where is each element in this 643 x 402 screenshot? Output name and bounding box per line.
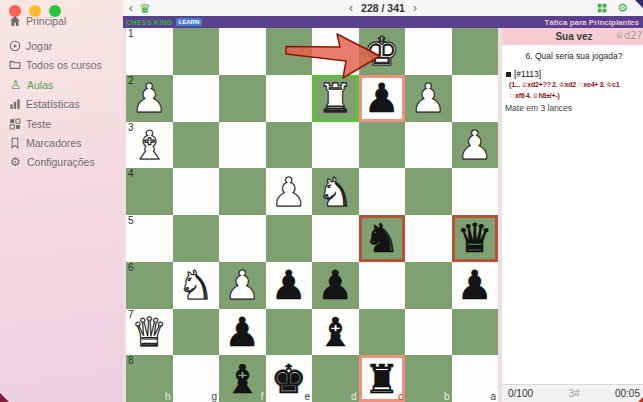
- piece-black-pawn-c2[interactable]: ♟: [359, 75, 406, 122]
- square-g8[interactable]: g: [173, 355, 220, 402]
- sidebar-item-label: Marcadores: [26, 137, 81, 149]
- sidebar-nav: PrincipalJogarTodos os cursos♙AulasEstat…: [0, 11, 123, 172]
- sidebar-item-label: Estatísticas: [26, 98, 80, 110]
- piece-white-pawn-e4[interactable]: ♟: [266, 168, 313, 215]
- square-g6[interactable]: ♞: [173, 262, 220, 309]
- square-e4[interactable]: ♟: [266, 168, 313, 215]
- sidebar-item-estatisticas[interactable]: Estatísticas: [0, 95, 123, 114]
- square-h3[interactable]: 3♝: [126, 122, 173, 169]
- gear-icon: ⚙: [9, 156, 22, 168]
- square-h4[interactable]: 4: [126, 168, 173, 215]
- sidebar: PrincipalJogarTodos os cursos♙AulasEstat…: [0, 0, 123, 402]
- app-window: PrincipalJogarTodos os cursos♙AulasEstat…: [0, 0, 643, 402]
- square-c8[interactable]: c♜: [359, 355, 406, 402]
- square-h6[interactable]: 6: [126, 262, 173, 309]
- square-b1[interactable]: [405, 28, 452, 75]
- square-f1[interactable]: [219, 28, 266, 75]
- main-area: ‹ ♛ ‹ 228 / 341 › ⚙ CHESS KING LE: [123, 0, 643, 402]
- grid-view-icon[interactable]: [597, 3, 607, 13]
- square-a7[interactable]: [452, 309, 499, 356]
- puzzle-id: [#1113]: [514, 69, 541, 79]
- square-c1[interactable]: ♚: [359, 28, 406, 75]
- home-icon: [9, 15, 21, 27]
- square-a6[interactable]: ♟: [452, 262, 499, 309]
- piece-white-pawn-f6[interactable]: ♟: [219, 262, 266, 309]
- square-c6[interactable]: [359, 262, 406, 309]
- piece-black-knight-c5[interactable]: ♞: [359, 215, 406, 262]
- square-b2[interactable]: ♟: [405, 75, 452, 122]
- square-c4[interactable]: [359, 168, 406, 215]
- piece-black-queen-a5[interactable]: ♛: [452, 215, 499, 262]
- square-d4[interactable]: ♞: [312, 168, 359, 215]
- square-b5[interactable]: [405, 215, 452, 262]
- square-h8[interactable]: 8h: [126, 355, 173, 402]
- square-g4[interactable]: [173, 168, 220, 215]
- folder-icon: [9, 59, 21, 71]
- sidebar-item-marcadores[interactable]: Marcadores: [0, 133, 123, 152]
- square-h2[interactable]: 2♟: [126, 75, 173, 122]
- square-f8[interactable]: f♝: [219, 355, 266, 402]
- variation-line-2: ♘xf6 4. ♕h8±/+-): [509, 91, 643, 102]
- board-area: 1♚2♟♜♟♟3♝♟4♟♞5♞♛6♞♟♟♟♟7♛♟♝8hgf♝e♚dc♜ba: [123, 28, 501, 402]
- square-g3[interactable]: [173, 122, 220, 169]
- rank-label-1: 1: [128, 28, 134, 39]
- square-g5[interactable]: [173, 215, 220, 262]
- square-c5[interactable]: ♞: [359, 215, 406, 262]
- file-label-b: b: [444, 391, 450, 402]
- panel-corner-fold: [638, 394, 643, 402]
- score-indicator: 0/100: [508, 388, 533, 399]
- square-h5[interactable]: 5: [126, 215, 173, 262]
- timer: 00:05: [615, 388, 640, 399]
- rank-label-8: 8: [128, 355, 134, 366]
- puzzle-panel: Sua vez ♕d2? 6. Qual seria sua jogada? […: [501, 0, 643, 402]
- rank-label-5: 5: [128, 215, 134, 226]
- sidebar-item-todos-os-cursos[interactable]: Todos os cursos: [0, 56, 123, 75]
- sidebar-item-aulas[interactable]: ♙Aulas: [0, 75, 123, 94]
- piece-white-king-c1[interactable]: ♚: [359, 28, 406, 75]
- turn-label: Sua vez: [555, 31, 592, 42]
- square-f7[interactable]: ♟: [219, 309, 266, 356]
- course-title: Tática para Principiantes: [544, 18, 643, 27]
- square-d8[interactable]: d: [312, 355, 359, 402]
- square-e6[interactable]: ♟: [266, 262, 313, 309]
- sidebar-item-label: Principal: [26, 15, 66, 27]
- piece-black-pawn-e6[interactable]: ♟: [266, 262, 313, 309]
- prev-puzzle-button[interactable]: ‹: [349, 2, 353, 14]
- status-bar: 0/100 3# 00:05: [502, 384, 643, 402]
- file-label-a: a: [490, 391, 496, 402]
- square-a2[interactable]: [452, 75, 499, 122]
- black-to-move-icon: [506, 72, 511, 77]
- sidebar-item-label: Todos os cursos: [26, 59, 102, 71]
- square-f5[interactable]: [219, 215, 266, 262]
- back-button[interactable]: ‹: [129, 2, 133, 14]
- square-d7[interactable]: ♝: [312, 309, 359, 356]
- rank-label-6: 6: [128, 262, 134, 273]
- piece-white-knight-g6[interactable]: ♞: [173, 262, 220, 309]
- piece-white-pawn-a3[interactable]: ♟: [452, 122, 499, 169]
- piece-white-pawn-h2[interactable]: ♟: [126, 75, 173, 122]
- square-a5[interactable]: ♛: [452, 215, 499, 262]
- piece-white-queen-h7[interactable]: ♛: [126, 309, 173, 356]
- square-f2[interactable]: [219, 75, 266, 122]
- square-b3[interactable]: [405, 122, 452, 169]
- rank-label-4: 4: [128, 168, 134, 179]
- crown-icon: ♛: [139, 2, 151, 15]
- puzzle-content: 6. Qual seria sua jogada? [#1113] (1... …: [502, 45, 643, 384]
- settings-gear-icon[interactable]: ⚙: [617, 2, 628, 14]
- play-icon: [9, 40, 21, 52]
- piece-black-pawn-f7[interactable]: ♟: [219, 309, 266, 356]
- piece-black-bishop-f8[interactable]: ♝: [219, 355, 266, 402]
- square-b6[interactable]: [405, 262, 452, 309]
- square-c3[interactable]: [359, 122, 406, 169]
- puzzle-counter: 228 / 341: [361, 2, 405, 14]
- sidebar-item-jogar[interactable]: Jogar: [0, 36, 123, 55]
- variation-line-1: (1... ♕xd2+?? 2. ♔xd2 ♘xe4+ 3. ♔c1: [509, 80, 643, 91]
- square-a8[interactable]: a: [452, 355, 499, 402]
- window-corner-fold: [635, 0, 643, 8]
- square-e1[interactable]: [266, 28, 313, 75]
- next-puzzle-button[interactable]: ›: [413, 2, 417, 14]
- square-f3[interactable]: [219, 122, 266, 169]
- square-e7[interactable]: [266, 309, 313, 356]
- square-b4[interactable]: [405, 168, 452, 215]
- mate-tag: 3#: [568, 388, 579, 399]
- grid-icon: [9, 118, 21, 130]
- piece-white-pawn-b2[interactable]: ♟: [405, 75, 452, 122]
- square-d2[interactable]: ♜: [312, 75, 359, 122]
- square-d5[interactable]: [312, 215, 359, 262]
- puzzle-id-row: [#1113]: [506, 69, 643, 79]
- learn-badge: LEARN: [176, 18, 203, 26]
- piece-black-pawn-d6[interactable]: ♟: [312, 262, 359, 309]
- square-a4[interactable]: [452, 168, 499, 215]
- file-label-d: d: [351, 391, 357, 402]
- square-d3[interactable]: [312, 122, 359, 169]
- square-g1[interactable]: [173, 28, 220, 75]
- pawn-icon: ♙: [9, 79, 22, 91]
- square-d6[interactable]: ♟: [312, 262, 359, 309]
- file-label-g: g: [211, 391, 217, 402]
- square-g2[interactable]: [173, 75, 220, 122]
- square-c2[interactable]: ♟: [359, 75, 406, 122]
- piece-black-pawn-a6[interactable]: ♟: [452, 262, 499, 309]
- square-e8[interactable]: e♚: [266, 355, 313, 402]
- square-g7[interactable]: [173, 309, 220, 356]
- file-label-h: h: [165, 391, 171, 402]
- piece-white-knight-d4[interactable]: ♞: [312, 168, 359, 215]
- piece-white-bishop-h3[interactable]: ♝: [126, 122, 173, 169]
- sidebar-item-configuracoes[interactable]: ⚙Configurações: [0, 153, 123, 172]
- puzzle-goal: Mate em 3 lances: [505, 103, 643, 113]
- square-h7[interactable]: 7♛: [126, 309, 173, 356]
- sidebar-item-teste[interactable]: Teste: [0, 114, 123, 133]
- chess-board: 1♚2♟♜♟♟3♝♟4♟♞5♞♛6♞♟♟♟♟7♛♟♝8hgf♝e♚dc♜ba: [126, 28, 498, 402]
- piece-white-rook-d2[interactable]: ♜: [312, 75, 359, 122]
- attempted-move: ♕d2?: [615, 30, 642, 41]
- sidebar-item-label: Configurações: [27, 156, 95, 168]
- chess-king-logo: CHESS KING: [123, 19, 173, 26]
- turn-bar: Sua vez ♕d2?: [502, 28, 643, 45]
- square-b8[interactable]: b: [405, 355, 452, 402]
- square-e3[interactable]: [266, 122, 313, 169]
- square-e2[interactable]: [266, 75, 313, 122]
- square-d1[interactable]: [312, 28, 359, 75]
- bar-chart-icon: [9, 98, 21, 110]
- toolbar: ‹ ♛ ‹ 228 / 341 › ⚙: [123, 0, 643, 16]
- bookmark-icon: [9, 137, 21, 149]
- square-c7[interactable]: [359, 309, 406, 356]
- sidebar-item-principal[interactable]: Principal: [0, 11, 123, 30]
- sidebar-item-label: Aulas: [27, 79, 53, 91]
- piece-black-rook-c8[interactable]: ♜: [359, 355, 406, 402]
- square-f4[interactable]: [219, 168, 266, 215]
- piece-black-king-e8[interactable]: ♚: [266, 355, 313, 402]
- sidebar-item-label: Teste: [26, 118, 51, 130]
- square-e5[interactable]: [266, 215, 313, 262]
- sidebar-item-label: Jogar: [26, 40, 52, 52]
- brand-bar: CHESS KING LEARN Tática para Principiant…: [123, 16, 643, 28]
- square-b7[interactable]: [405, 309, 452, 356]
- square-a3[interactable]: ♟: [452, 122, 499, 169]
- puzzle-question: 6. Qual seria sua jogada?: [502, 51, 643, 61]
- sidebar-corner-fold: [0, 393, 9, 402]
- piece-black-bishop-d7[interactable]: ♝: [312, 309, 359, 356]
- square-f6[interactable]: ♟: [219, 262, 266, 309]
- square-a1[interactable]: [452, 28, 499, 75]
- square-h1[interactable]: 1: [126, 28, 173, 75]
